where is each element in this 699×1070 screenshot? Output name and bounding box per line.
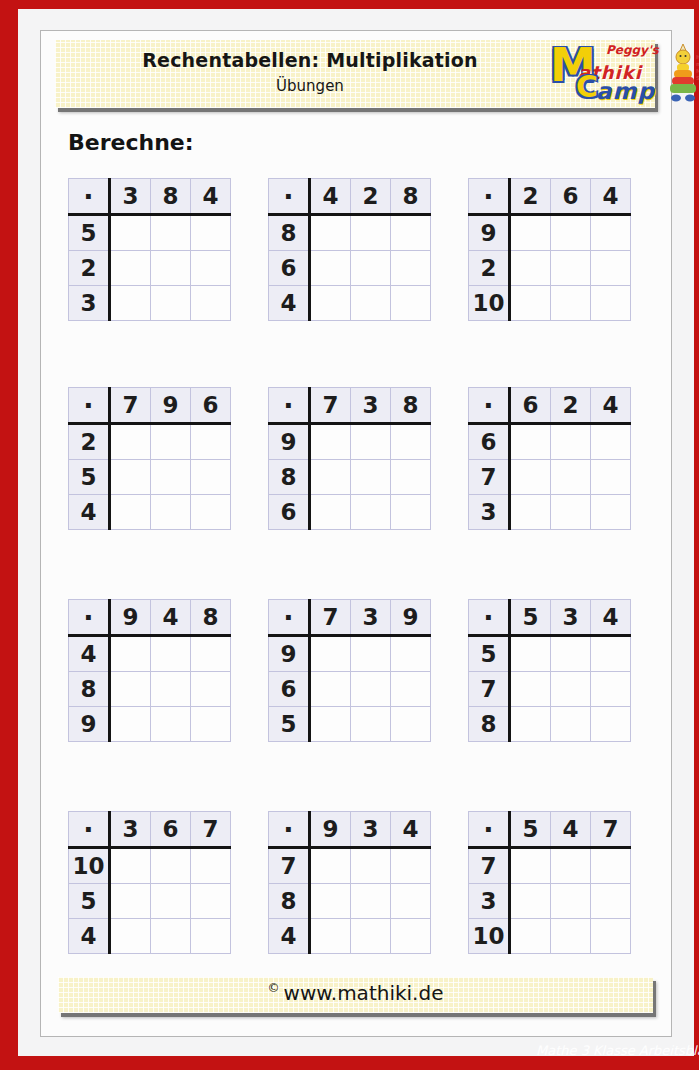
left-factor-cell: 8: [69, 672, 110, 707]
top-factor-cell: 7: [110, 388, 151, 424]
answer-cell[interactable]: [591, 215, 631, 251]
header-band: Rechentabellen: Multiplikation Übungen M…: [55, 40, 655, 108]
top-factor-cell: 6: [151, 812, 191, 848]
left-factor-cell: 4: [69, 919, 110, 954]
top-factor-cell: 9: [110, 600, 151, 636]
answer-cell[interactable]: [191, 495, 231, 530]
left-factor-cell: 9: [269, 424, 310, 460]
mult-table-11: ·934784: [268, 811, 431, 954]
top-factor-cell: 4: [310, 179, 351, 215]
left-factor-cell: 6: [269, 672, 310, 707]
answer-cell[interactable]: [551, 848, 591, 884]
left-factor-cell: 8: [269, 460, 310, 495]
answer-cell[interactable]: [510, 460, 551, 495]
operator-cell: ·: [269, 179, 310, 215]
answer-cell[interactable]: [351, 884, 391, 919]
logo-peggys-label: Peggy's: [606, 43, 659, 57]
berechne-heading: Berechne:: [68, 130, 194, 155]
top-factor-cell: 4: [551, 812, 591, 848]
answer-cell[interactable]: [191, 460, 231, 495]
top-factor-cell: 2: [510, 179, 551, 215]
answer-cell[interactable]: [191, 707, 231, 742]
answer-cell[interactable]: [591, 884, 631, 919]
answer-cell[interactable]: [310, 884, 351, 919]
answer-cell[interactable]: [310, 460, 351, 495]
answer-cell[interactable]: [310, 848, 351, 884]
answer-cell[interactable]: [510, 251, 551, 286]
worksheet-title: Rechentabellen: Multiplikation: [105, 49, 515, 71]
top-factor-cell: 4: [391, 812, 431, 848]
answer-cell[interactable]: [551, 251, 591, 286]
left-factor-cell: 9: [69, 707, 110, 742]
top-factor-cell: 7: [591, 812, 631, 848]
left-factor-cell: 2: [469, 251, 510, 286]
answer-cell[interactable]: [551, 495, 591, 530]
mult-table-7: ·948489: [68, 599, 231, 742]
mult-table-10: ·3671054: [68, 811, 231, 954]
mascot-icon: [666, 44, 699, 108]
top-factor-cell: 3: [351, 812, 391, 848]
answer-cell[interactable]: [310, 251, 351, 286]
left-factor-cell: 6: [269, 495, 310, 530]
answer-cell[interactable]: [391, 495, 431, 530]
answer-cell[interactable]: [551, 215, 591, 251]
left-factor-cell: 9: [269, 636, 310, 672]
left-factor-cell: 6: [269, 251, 310, 286]
answer-cell[interactable]: [191, 636, 231, 672]
left-factor-cell: 2: [69, 251, 110, 286]
left-factor-cell: 7: [469, 672, 510, 707]
answer-cell[interactable]: [151, 672, 191, 707]
footer-url: www.mathiki.de: [284, 981, 444, 1005]
answer-cell[interactable]: [551, 636, 591, 672]
operator-cell: ·: [69, 812, 110, 848]
operator-cell: ·: [469, 812, 510, 848]
top-factor-cell: 4: [151, 600, 191, 636]
left-factor-cell: 7: [269, 848, 310, 884]
answer-cell[interactable]: [110, 636, 151, 672]
top-factor-cell: 7: [310, 388, 351, 424]
answer-cell[interactable]: [310, 672, 351, 707]
answer-cell[interactable]: [191, 286, 231, 321]
answer-cell[interactable]: [591, 707, 631, 742]
footer-text: ©www.mathiki.de: [58, 981, 653, 1005]
answer-cell[interactable]: [151, 848, 191, 884]
answer-cell[interactable]: [310, 424, 351, 460]
answer-cell[interactable]: [310, 286, 351, 321]
answer-cell[interactable]: [351, 424, 391, 460]
left-factor-cell: 10: [469, 286, 510, 321]
answer-cell[interactable]: [310, 707, 351, 742]
top-factor-cell: 3: [351, 388, 391, 424]
left-factor-cell: 4: [269, 286, 310, 321]
answer-cell[interactable]: [351, 919, 391, 954]
answer-cell[interactable]: [510, 495, 551, 530]
left-factor-cell: 6: [469, 424, 510, 460]
top-factor-cell: 3: [110, 812, 151, 848]
answer-cell[interactable]: [551, 286, 591, 321]
operator-cell: ·: [69, 600, 110, 636]
left-factor-cell: 4: [69, 636, 110, 672]
mult-table-3: ·2649210: [468, 178, 631, 321]
worksheet-subtitle: Übungen: [105, 77, 515, 95]
answer-cell[interactable]: [551, 884, 591, 919]
answer-cell[interactable]: [151, 707, 191, 742]
answer-cell[interactable]: [151, 460, 191, 495]
mult-table-8: ·739965: [268, 599, 431, 742]
top-factor-cell: 4: [191, 179, 231, 215]
answer-cell[interactable]: [151, 495, 191, 530]
operator-cell: ·: [469, 179, 510, 215]
answer-cell[interactable]: [351, 251, 391, 286]
answer-cell[interactable]: [310, 495, 351, 530]
answer-cell[interactable]: [591, 672, 631, 707]
answer-cell[interactable]: [391, 460, 431, 495]
operator-cell: ·: [269, 812, 310, 848]
operator-cell: ·: [69, 388, 110, 424]
left-factor-cell: 5: [469, 636, 510, 672]
answer-cell[interactable]: [510, 286, 551, 321]
answer-cell[interactable]: [510, 848, 551, 884]
header-text: Rechentabellen: Multiplikation Übungen: [105, 49, 515, 95]
answer-cell[interactable]: [510, 672, 551, 707]
answer-cell[interactable]: [391, 848, 431, 884]
top-factor-cell: 3: [351, 600, 391, 636]
left-factor-cell: 7: [469, 848, 510, 884]
answer-cell[interactable]: [110, 848, 151, 884]
frame-top: [0, 0, 699, 9]
mult-table-1: ·384523: [68, 178, 231, 321]
left-factor-cell: 10: [69, 848, 110, 884]
top-factor-cell: 6: [191, 388, 231, 424]
answer-cell[interactable]: [351, 460, 391, 495]
mult-table-4: ·796254: [68, 387, 231, 530]
answer-cell[interactable]: [510, 215, 551, 251]
answer-cell[interactable]: [351, 495, 391, 530]
answer-cell[interactable]: [151, 286, 191, 321]
answer-cell[interactable]: [191, 672, 231, 707]
left-factor-cell: 8: [269, 884, 310, 919]
answer-cell[interactable]: [391, 672, 431, 707]
answer-cell[interactable]: [391, 215, 431, 251]
left-factor-cell: 7: [469, 460, 510, 495]
left-factor-cell: 3: [69, 286, 110, 321]
left-factor-cell: 8: [469, 707, 510, 742]
answer-cell[interactable]: [351, 672, 391, 707]
answer-cell[interactable]: [151, 251, 191, 286]
answer-cell[interactable]: [110, 495, 151, 530]
top-factor-cell: 8: [391, 388, 431, 424]
answer-cell[interactable]: [391, 286, 431, 321]
left-factor-cell: 4: [69, 495, 110, 530]
top-factor-cell: 2: [551, 388, 591, 424]
frame-left: [0, 0, 18, 1070]
answer-cell[interactable]: [191, 884, 231, 919]
top-factor-cell: 8: [391, 179, 431, 215]
operator-cell: ·: [469, 600, 510, 636]
operator-cell: ·: [269, 600, 310, 636]
operator-cell: ·: [469, 388, 510, 424]
answer-cell[interactable]: [351, 848, 391, 884]
top-factor-cell: 8: [151, 179, 191, 215]
top-factor-cell: 2: [351, 179, 391, 215]
answer-cell[interactable]: [591, 919, 631, 954]
top-factor-cell: 4: [591, 388, 631, 424]
top-factor-cell: 4: [591, 179, 631, 215]
left-factor-cell: 4: [269, 919, 310, 954]
mult-table-12: ·5477310: [468, 811, 631, 954]
left-factor-cell: 5: [69, 884, 110, 919]
operator-cell: ·: [269, 388, 310, 424]
frame-right: [694, 0, 699, 1070]
logo-camp-amp: amp: [596, 78, 655, 104]
answer-cell[interactable]: [191, 848, 231, 884]
top-factor-cell: 6: [551, 179, 591, 215]
answer-cell[interactable]: [591, 848, 631, 884]
answer-cell[interactable]: [391, 636, 431, 672]
answer-cell[interactable]: [310, 636, 351, 672]
answer-cell[interactable]: [551, 707, 591, 742]
top-factor-cell: 5: [510, 812, 551, 848]
left-factor-cell: 3: [469, 495, 510, 530]
answer-cell[interactable]: [510, 919, 551, 954]
answer-cell[interactable]: [591, 251, 631, 286]
watermark-text: Mathe 3 Klasse Arbeitsblätter: [536, 1043, 699, 1058]
answer-cell[interactable]: [391, 884, 431, 919]
answer-cell[interactable]: [191, 251, 231, 286]
answer-cell[interactable]: [310, 215, 351, 251]
answer-cell[interactable]: [351, 286, 391, 321]
answer-cell[interactable]: [151, 919, 191, 954]
answer-cell[interactable]: [551, 919, 591, 954]
answer-cell[interactable]: [591, 424, 631, 460]
top-factor-cell: 9: [151, 388, 191, 424]
answer-cell[interactable]: [151, 636, 191, 672]
left-factor-cell: 3: [469, 884, 510, 919]
answer-cell[interactable]: [110, 919, 151, 954]
left-factor-cell: 2: [69, 424, 110, 460]
answer-cell[interactable]: [510, 707, 551, 742]
answer-cell[interactable]: [351, 707, 391, 742]
top-factor-cell: 9: [391, 600, 431, 636]
answer-cell[interactable]: [110, 424, 151, 460]
answer-cell[interactable]: [510, 884, 551, 919]
top-factor-cell: 3: [551, 600, 591, 636]
top-factor-cell: 8: [191, 600, 231, 636]
answer-cell[interactable]: [110, 707, 151, 742]
mult-table-9: ·534578: [468, 599, 631, 742]
answer-cell[interactable]: [151, 215, 191, 251]
answer-cell[interactable]: [591, 460, 631, 495]
answer-cell[interactable]: [351, 636, 391, 672]
answer-cell[interactable]: [351, 215, 391, 251]
left-factor-cell: 9: [469, 215, 510, 251]
answer-cell[interactable]: [551, 672, 591, 707]
mult-table-5: ·738986: [268, 387, 431, 530]
answer-cell[interactable]: [151, 884, 191, 919]
top-factor-cell: 6: [510, 388, 551, 424]
top-factor-cell: 9: [310, 812, 351, 848]
top-factor-cell: 3: [110, 179, 151, 215]
answer-cell[interactable]: [151, 424, 191, 460]
mathiki-camp-logo: M Peggy's athiki C amp Hier macht Mathe …: [548, 40, 699, 108]
answer-cell[interactable]: [391, 424, 431, 460]
answer-cell[interactable]: [191, 919, 231, 954]
answer-cell[interactable]: [510, 424, 551, 460]
answer-cell[interactable]: [391, 919, 431, 954]
logo-camp-c: C: [576, 72, 598, 102]
left-factor-cell: 5: [269, 707, 310, 742]
answer-cell[interactable]: [110, 672, 151, 707]
answer-cell[interactable]: [391, 707, 431, 742]
answer-cell[interactable]: [110, 884, 151, 919]
footer-band: ©www.mathiki.de: [58, 977, 653, 1013]
answer-cell[interactable]: [110, 251, 151, 286]
top-factor-cell: 4: [591, 600, 631, 636]
left-factor-cell: 5: [69, 215, 110, 251]
answer-cell[interactable]: [110, 215, 151, 251]
answer-cell[interactable]: [591, 495, 631, 530]
answer-cell[interactable]: [110, 286, 151, 321]
operator-cell: ·: [69, 179, 110, 215]
answer-cell[interactable]: [551, 424, 591, 460]
top-factor-cell: 7: [191, 812, 231, 848]
answer-cell[interactable]: [510, 636, 551, 672]
top-factor-cell: 7: [310, 600, 351, 636]
frame-bottom: [0, 1056, 699, 1070]
answer-cell[interactable]: [591, 636, 631, 672]
left-factor-cell: 10: [469, 919, 510, 954]
left-factor-cell: 5: [69, 460, 110, 495]
answer-cell[interactable]: [191, 424, 231, 460]
mult-table-6: ·624673: [468, 387, 631, 530]
answer-cell[interactable]: [310, 919, 351, 954]
answer-cell[interactable]: [110, 460, 151, 495]
answer-cell[interactable]: [591, 286, 631, 321]
mult-table-2: ·428864: [268, 178, 431, 321]
answer-cell[interactable]: [391, 251, 431, 286]
answer-cell[interactable]: [191, 215, 231, 251]
answer-cell[interactable]: [551, 460, 591, 495]
copyright-symbol: ©: [268, 981, 280, 995]
left-factor-cell: 8: [269, 215, 310, 251]
top-factor-cell: 5: [510, 600, 551, 636]
